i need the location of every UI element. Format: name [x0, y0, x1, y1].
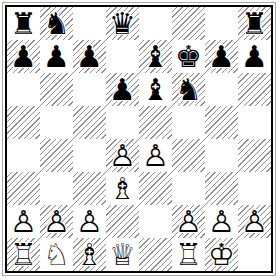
chess-board: ♜♜♞♞♛♛♜♜♟♟♟♟♟♟♝♝♚♚♟♟♟♟♟♟♝♝♞♞♟♙♟♙♝♗♟♙♟♙♟♙…	[5, 5, 273, 273]
square-c6[interactable]	[73, 73, 106, 106]
square-b5[interactable]	[40, 106, 73, 139]
square-a8[interactable]: ♜♜	[7, 7, 40, 40]
square-d7[interactable]	[106, 40, 139, 73]
square-h1[interactable]	[238, 238, 271, 271]
square-g3[interactable]	[205, 172, 238, 205]
square-h2[interactable]: ♟♙	[238, 205, 271, 238]
square-e8[interactable]	[139, 7, 172, 40]
piece-white-rook: ♜♖	[7, 238, 40, 271]
piece-black-pawn: ♟♟	[73, 40, 106, 73]
square-g6[interactable]	[205, 73, 238, 106]
piece-black-pawn: ♟♟	[205, 40, 238, 73]
square-f3[interactable]	[172, 172, 205, 205]
piece-white-pawn: ♟♙	[238, 205, 271, 238]
square-b4[interactable]	[40, 139, 73, 172]
square-f7[interactable]: ♚♚	[172, 40, 205, 73]
square-h8[interactable]: ♜♜	[238, 7, 271, 40]
piece-black-bishop: ♝♝	[139, 40, 172, 73]
square-c4[interactable]	[73, 139, 106, 172]
square-g5[interactable]	[205, 106, 238, 139]
square-d2[interactable]	[106, 205, 139, 238]
square-g7[interactable]: ♟♟	[205, 40, 238, 73]
square-b6[interactable]	[40, 73, 73, 106]
piece-black-bishop: ♝♝	[139, 73, 172, 106]
square-a4[interactable]	[7, 139, 40, 172]
piece-white-pawn: ♟♙	[40, 205, 73, 238]
square-b3[interactable]	[40, 172, 73, 205]
square-c7[interactable]: ♟♟	[73, 40, 106, 73]
square-e3[interactable]	[139, 172, 172, 205]
square-a5[interactable]	[7, 106, 40, 139]
piece-black-rook: ♜♜	[7, 7, 40, 40]
square-a3[interactable]	[7, 172, 40, 205]
square-h5[interactable]	[238, 106, 271, 139]
square-e4[interactable]: ♟♙	[139, 139, 172, 172]
square-a1[interactable]: ♜♖	[7, 238, 40, 271]
square-h7[interactable]: ♟♟	[238, 40, 271, 73]
square-c1[interactable]: ♝♗	[73, 238, 106, 271]
square-h6[interactable]	[238, 73, 271, 106]
piece-black-queen: ♛♛	[106, 7, 139, 40]
piece-black-knight: ♞♞	[172, 73, 205, 106]
square-a7[interactable]: ♟♟	[7, 40, 40, 73]
piece-white-pawn: ♟♙	[205, 205, 238, 238]
square-d1[interactable]: ♛♕	[106, 238, 139, 271]
piece-white-queen: ♛♕	[106, 238, 139, 271]
square-d6[interactable]: ♟♟	[106, 73, 139, 106]
piece-white-knight: ♞♘	[40, 238, 73, 271]
piece-black-pawn: ♟♟	[7, 40, 40, 73]
square-c8[interactable]	[73, 7, 106, 40]
square-h3[interactable]	[238, 172, 271, 205]
square-g8[interactable]	[205, 7, 238, 40]
square-d3[interactable]: ♝♗	[106, 172, 139, 205]
square-e5[interactable]	[139, 106, 172, 139]
square-g2[interactable]: ♟♙	[205, 205, 238, 238]
piece-white-bishop: ♝♗	[106, 172, 139, 205]
square-f4[interactable]	[172, 139, 205, 172]
piece-white-bishop: ♝♗	[73, 238, 106, 271]
square-f5[interactable]	[172, 106, 205, 139]
square-d4[interactable]: ♟♙	[106, 139, 139, 172]
square-e6[interactable]: ♝♝	[139, 73, 172, 106]
piece-black-pawn: ♟♟	[106, 73, 139, 106]
piece-white-king: ♚♔	[205, 238, 238, 271]
square-b8[interactable]: ♞♞	[40, 7, 73, 40]
square-a6[interactable]	[7, 73, 40, 106]
square-c5[interactable]	[73, 106, 106, 139]
chess-diagram: ♜♜♞♞♛♛♜♜♟♟♟♟♟♟♝♝♚♚♟♟♟♟♟♟♝♝♞♞♟♙♟♙♝♗♟♙♟♙♟♙…	[0, 0, 280, 280]
square-f1[interactable]: ♜♖	[172, 238, 205, 271]
piece-white-pawn: ♟♙	[139, 139, 172, 172]
piece-black-king: ♚♚	[172, 40, 205, 73]
piece-black-pawn: ♟♟	[238, 40, 271, 73]
square-g4[interactable]	[205, 139, 238, 172]
square-c2[interactable]: ♟♙	[73, 205, 106, 238]
square-d8[interactable]: ♛♛	[106, 7, 139, 40]
square-e7[interactable]: ♝♝	[139, 40, 172, 73]
square-f8[interactable]	[172, 7, 205, 40]
square-b1[interactable]: ♞♘	[40, 238, 73, 271]
piece-white-pawn: ♟♙	[106, 139, 139, 172]
square-d5[interactable]	[106, 106, 139, 139]
piece-white-pawn: ♟♙	[73, 205, 106, 238]
piece-black-rook: ♜♜	[238, 7, 271, 40]
piece-white-pawn: ♟♙	[7, 205, 40, 238]
piece-black-pawn: ♟♟	[40, 40, 73, 73]
square-b7[interactable]: ♟♟	[40, 40, 73, 73]
piece-white-rook: ♜♖	[172, 238, 205, 271]
square-g1[interactable]: ♚♔	[205, 238, 238, 271]
piece-black-knight: ♞♞	[40, 7, 73, 40]
square-f6[interactable]: ♞♞	[172, 73, 205, 106]
square-f2[interactable]: ♟♙	[172, 205, 205, 238]
square-b2[interactable]: ♟♙	[40, 205, 73, 238]
square-a2[interactable]: ♟♙	[7, 205, 40, 238]
square-e1[interactable]	[139, 238, 172, 271]
square-e2[interactable]	[139, 205, 172, 238]
square-c3[interactable]	[73, 172, 106, 205]
piece-white-pawn: ♟♙	[172, 205, 205, 238]
square-h4[interactable]	[238, 139, 271, 172]
